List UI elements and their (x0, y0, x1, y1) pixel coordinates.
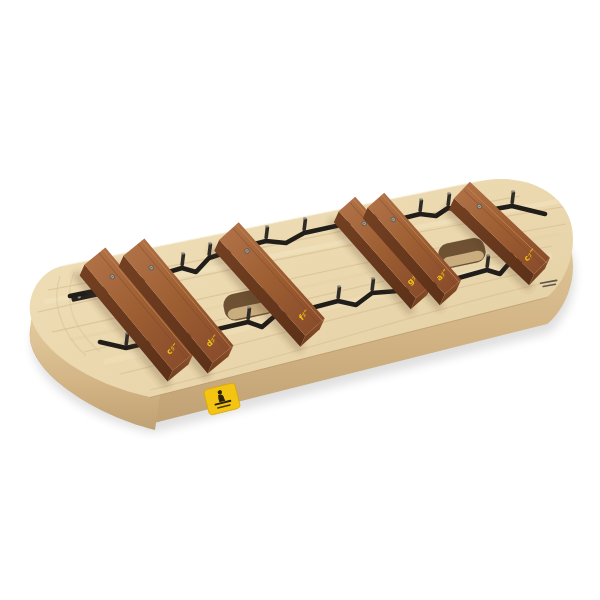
nail-head (149, 266, 154, 271)
product-photo: c♯″ d♯″ f♯″ g♯″ a♯″ (0, 0, 600, 600)
nail-head (110, 275, 115, 280)
nail-head (362, 221, 367, 226)
nail-head (477, 204, 482, 209)
nail-head (391, 217, 396, 222)
nail-head (245, 249, 250, 254)
xylophone-illustration: c♯″ d♯″ f♯″ g♯″ a♯″ (0, 0, 600, 600)
